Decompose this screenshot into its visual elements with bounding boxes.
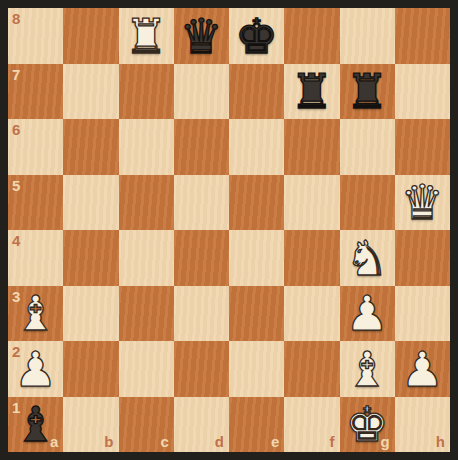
piece-black-queen[interactable]: ♛ — [174, 8, 229, 64]
chess-board: 8♜♛♚7♜♜65♛4♞3♝♟2♟♝♟1a♝bcdefg♚h — [8, 8, 450, 452]
square-h1[interactable]: h — [395, 397, 450, 453]
square-c3[interactable] — [119, 286, 174, 342]
square-g1[interactable]: g♚ — [340, 397, 395, 453]
square-g8[interactable] — [340, 8, 395, 64]
square-b1[interactable]: b — [63, 397, 118, 453]
square-f1[interactable]: f — [284, 397, 339, 453]
square-h8[interactable] — [395, 8, 450, 64]
square-g2[interactable]: ♝ — [340, 341, 395, 397]
piece-white-rook[interactable]: ♜ — [119, 8, 174, 64]
file-label-e: e — [271, 434, 279, 449]
file-label-b: b — [104, 434, 113, 449]
piece-black-rook[interactable]: ♜ — [340, 64, 395, 120]
square-b7[interactable] — [63, 64, 118, 120]
square-d1[interactable]: d — [174, 397, 229, 453]
square-b8[interactable] — [63, 8, 118, 64]
square-c8[interactable]: ♜ — [119, 8, 174, 64]
file-label-f: f — [330, 434, 335, 449]
square-f6[interactable] — [284, 119, 339, 175]
rank-label-4: 4 — [12, 233, 20, 248]
square-a5[interactable]: 5 — [8, 175, 63, 231]
square-g6[interactable] — [340, 119, 395, 175]
file-label-h: h — [436, 434, 445, 449]
square-h5[interactable]: ♛ — [395, 175, 450, 231]
square-b4[interactable] — [63, 230, 118, 286]
square-e7[interactable] — [229, 64, 284, 120]
square-b2[interactable] — [63, 341, 118, 397]
square-b3[interactable] — [63, 286, 118, 342]
piece-white-king[interactable]: ♚ — [340, 397, 395, 453]
piece-black-king[interactable]: ♚ — [229, 8, 284, 64]
square-b5[interactable] — [63, 175, 118, 231]
square-e5[interactable] — [229, 175, 284, 231]
square-e3[interactable] — [229, 286, 284, 342]
square-a4[interactable]: 4 — [8, 230, 63, 286]
piece-black-rook[interactable]: ♜ — [284, 64, 339, 120]
square-c2[interactable] — [119, 341, 174, 397]
square-a2[interactable]: 2♟ — [8, 341, 63, 397]
square-h3[interactable] — [395, 286, 450, 342]
square-h7[interactable] — [395, 64, 450, 120]
piece-white-queen[interactable]: ♛ — [395, 175, 450, 231]
square-f3[interactable] — [284, 286, 339, 342]
square-f8[interactable] — [284, 8, 339, 64]
square-a1[interactable]: 1a♝ — [8, 397, 63, 453]
square-a3[interactable]: 3♝ — [8, 286, 63, 342]
square-d5[interactable] — [174, 175, 229, 231]
file-label-c: c — [160, 434, 168, 449]
square-a7[interactable]: 7 — [8, 64, 63, 120]
square-g4[interactable]: ♞ — [340, 230, 395, 286]
square-d6[interactable] — [174, 119, 229, 175]
square-h6[interactable] — [395, 119, 450, 175]
square-g7[interactable]: ♜ — [340, 64, 395, 120]
square-e2[interactable] — [229, 341, 284, 397]
rank-label-8: 8 — [12, 11, 20, 26]
square-h2[interactable]: ♟ — [395, 341, 450, 397]
piece-white-bishop[interactable]: ♝ — [8, 286, 63, 342]
square-g5[interactable] — [340, 175, 395, 231]
square-d4[interactable] — [174, 230, 229, 286]
board-frame: 8♜♛♚7♜♜65♛4♞3♝♟2♟♝♟1a♝bcdefg♚h — [0, 0, 458, 460]
square-c6[interactable] — [119, 119, 174, 175]
square-h4[interactable] — [395, 230, 450, 286]
piece-white-pawn[interactable]: ♟ — [8, 341, 63, 397]
square-e4[interactable] — [229, 230, 284, 286]
square-b6[interactable] — [63, 119, 118, 175]
square-d8[interactable]: ♛ — [174, 8, 229, 64]
square-e8[interactable]: ♚ — [229, 8, 284, 64]
piece-white-knight[interactable]: ♞ — [340, 230, 395, 286]
square-d7[interactable] — [174, 64, 229, 120]
square-c1[interactable]: c — [119, 397, 174, 453]
square-d3[interactable] — [174, 286, 229, 342]
piece-black-bishop[interactable]: ♝ — [8, 397, 63, 453]
piece-white-pawn[interactable]: ♟ — [395, 341, 450, 397]
square-d2[interactable] — [174, 341, 229, 397]
square-c7[interactable] — [119, 64, 174, 120]
piece-white-bishop[interactable]: ♝ — [340, 341, 395, 397]
square-f7[interactable]: ♜ — [284, 64, 339, 120]
square-g3[interactable]: ♟ — [340, 286, 395, 342]
square-c5[interactable] — [119, 175, 174, 231]
square-e1[interactable]: e — [229, 397, 284, 453]
rank-label-6: 6 — [12, 122, 20, 137]
square-a6[interactable]: 6 — [8, 119, 63, 175]
square-f5[interactable] — [284, 175, 339, 231]
square-f4[interactable] — [284, 230, 339, 286]
square-e6[interactable] — [229, 119, 284, 175]
rank-label-5: 5 — [12, 178, 20, 193]
rank-label-7: 7 — [12, 67, 20, 82]
square-a8[interactable]: 8 — [8, 8, 63, 64]
file-label-d: d — [215, 434, 224, 449]
square-f2[interactable] — [284, 341, 339, 397]
piece-white-pawn[interactable]: ♟ — [340, 286, 395, 342]
square-c4[interactable] — [119, 230, 174, 286]
